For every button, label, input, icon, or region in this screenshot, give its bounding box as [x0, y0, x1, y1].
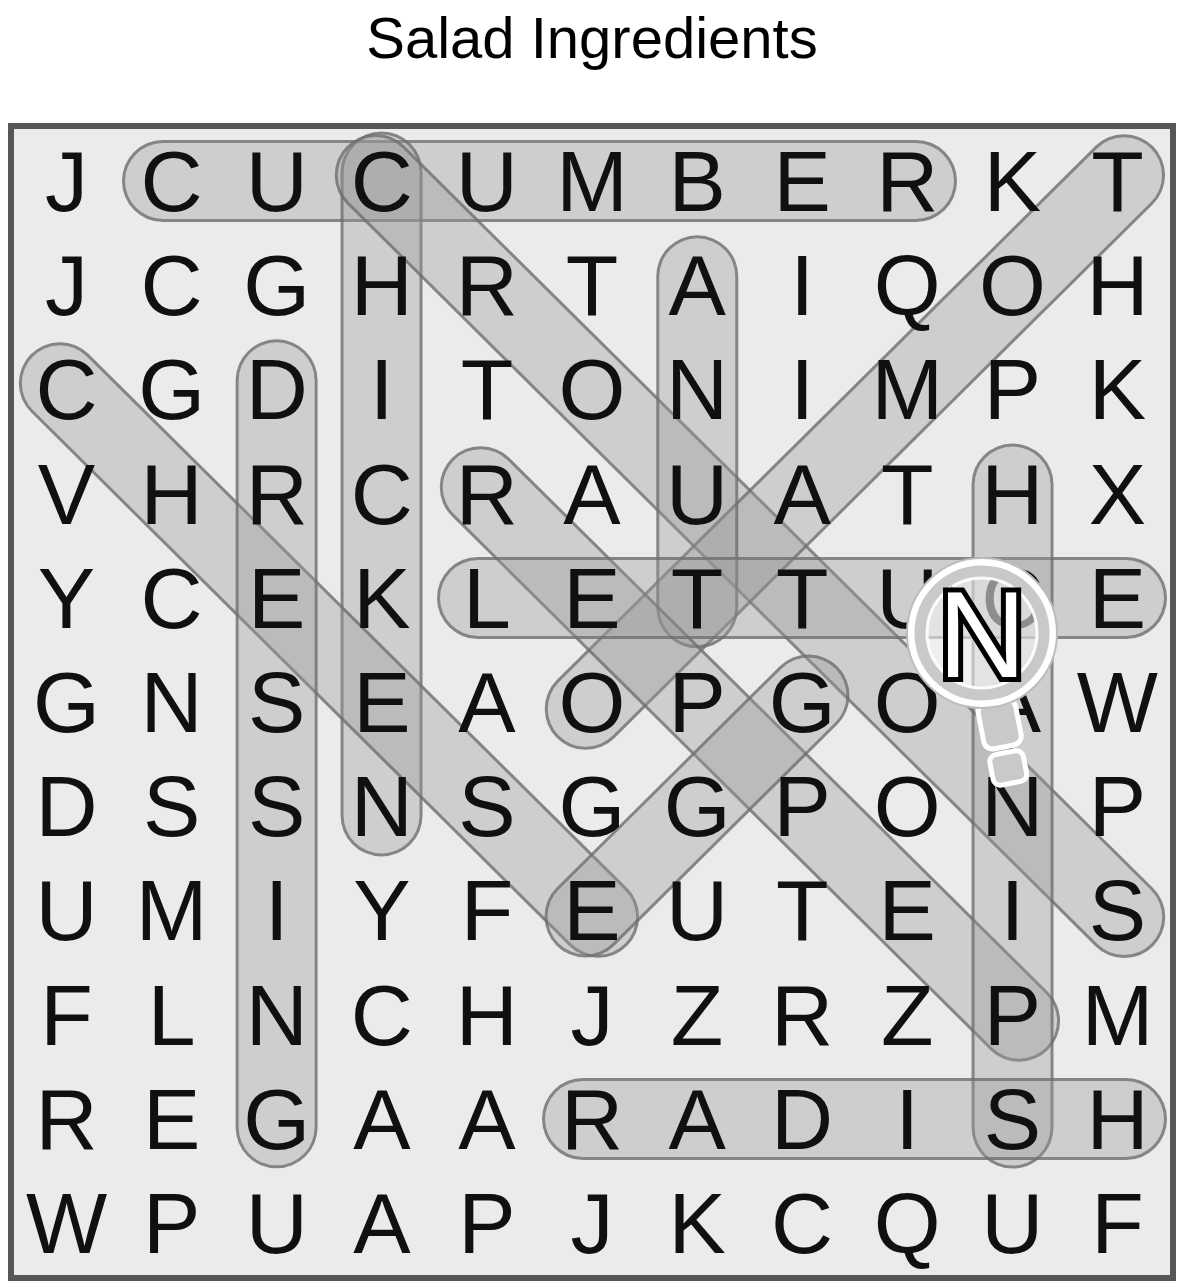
grid-cell-r4c5[interactable]: R: [434, 442, 539, 546]
grid-cell-r3c1[interactable]: C: [14, 337, 119, 441]
grid-cell-r5c6[interactable]: E: [539, 546, 644, 650]
grid-cell-r1c9[interactable]: R: [855, 129, 960, 233]
grid-cell-r6c4[interactable]: E: [329, 650, 434, 754]
grid-cell-r9c2[interactable]: L: [119, 962, 224, 1066]
grid-cell-r7c5[interactable]: S: [434, 754, 539, 858]
grid-cell-r11c11[interactable]: F: [1065, 1171, 1170, 1275]
grid-cell-r1c1[interactable]: J: [14, 129, 119, 233]
grid-cell-r9c1[interactable]: F: [14, 962, 119, 1066]
grid-cell-r11c4[interactable]: A: [329, 1171, 434, 1275]
grid-cell-r3c2[interactable]: G: [119, 337, 224, 441]
grid-cell-r7c9[interactable]: O: [855, 754, 960, 858]
grid-cell-r10c2[interactable]: E: [119, 1067, 224, 1171]
grid-cell-r2c5[interactable]: R: [434, 233, 539, 337]
grid-cell-r3c4[interactable]: I: [329, 337, 434, 441]
grid-cell-r4c8[interactable]: A: [750, 442, 855, 546]
grid-cell-r7c4[interactable]: N: [329, 754, 434, 858]
grid-cell-r8c7[interactable]: U: [645, 858, 750, 962]
grid-cell-r10c11[interactable]: H: [1065, 1067, 1170, 1171]
grid-cell-r11c3[interactable]: U: [224, 1171, 329, 1275]
grid-cell-r8c3[interactable]: I: [224, 858, 329, 962]
grid-cell-r1c5[interactable]: U: [434, 129, 539, 233]
grid-cell-r5c10[interactable]: C: [960, 546, 1065, 650]
grid-cell-r11c7[interactable]: K: [645, 1171, 750, 1275]
grid-cell-r11c8[interactable]: C: [750, 1171, 855, 1275]
grid-cell-r7c10[interactable]: N: [960, 754, 1065, 858]
grid-cell-r2c7[interactable]: A: [645, 233, 750, 337]
grid-cell-r6c11[interactable]: W: [1065, 650, 1170, 754]
grid-cell-r1c3[interactable]: U: [224, 129, 329, 233]
grid-cell-r3c3[interactable]: D: [224, 337, 329, 441]
grid-cell-r1c7[interactable]: B: [645, 129, 750, 233]
grid-cell-r9c5[interactable]: H: [434, 962, 539, 1066]
grid-cell-r8c1[interactable]: U: [14, 858, 119, 962]
grid-cell-r10c1[interactable]: R: [14, 1067, 119, 1171]
grid-cell-r9c11[interactable]: M: [1065, 962, 1170, 1066]
grid-cell-r10c6[interactable]: R: [539, 1067, 644, 1171]
grid-cell-r2c8[interactable]: I: [750, 233, 855, 337]
grid-cell-r3c6[interactable]: O: [539, 337, 644, 441]
grid-cell-r9c8[interactable]: R: [750, 962, 855, 1066]
grid-cell-r8c9[interactable]: E: [855, 858, 960, 962]
grid-cell-r9c3[interactable]: N: [224, 962, 329, 1066]
grid-cell-r4c11[interactable]: X: [1065, 442, 1170, 546]
grid-cell-r6c3[interactable]: S: [224, 650, 329, 754]
grid-cell-r8c10[interactable]: I: [960, 858, 1065, 962]
grid-cell-r2c1[interactable]: J: [14, 233, 119, 337]
grid-cell-r5c7[interactable]: T: [645, 546, 750, 650]
grid-cell-r1c2[interactable]: C: [119, 129, 224, 233]
grid-cell-r5c1[interactable]: Y: [14, 546, 119, 650]
grid-cell-r6c7[interactable]: P: [645, 650, 750, 754]
grid-cell-r11c6[interactable]: J: [539, 1171, 644, 1275]
grid-cell-r11c2[interactable]: P: [119, 1171, 224, 1275]
grid-cell-r7c3[interactable]: S: [224, 754, 329, 858]
grid-cell-r3c9[interactable]: M: [855, 337, 960, 441]
grid-cell-r3c10[interactable]: P: [960, 337, 1065, 441]
grid-cell-r7c8[interactable]: P: [750, 754, 855, 858]
grid-cell-r3c5[interactable]: T: [434, 337, 539, 441]
grid-cell-r8c2[interactable]: M: [119, 858, 224, 962]
grid-cell-r1c6[interactable]: M: [539, 129, 644, 233]
grid-cell-r7c7[interactable]: G: [645, 754, 750, 858]
grid-cell-r4c7[interactable]: U: [645, 442, 750, 546]
grid-cell-r4c3[interactable]: R: [224, 442, 329, 546]
grid-cell-r11c5[interactable]: P: [434, 1171, 539, 1275]
grid-cell-r6c5[interactable]: A: [434, 650, 539, 754]
grid-cell-r10c8[interactable]: D: [750, 1067, 855, 1171]
grid-cell-r6c10[interactable]: A: [960, 650, 1065, 754]
grid-cell-r5c4[interactable]: K: [329, 546, 434, 650]
grid-cell-r9c10[interactable]: P: [960, 962, 1065, 1066]
grid-cell-r4c1[interactable]: V: [14, 442, 119, 546]
grid-cell-r5c3[interactable]: E: [224, 546, 329, 650]
grid-cell-r11c1[interactable]: W: [14, 1171, 119, 1275]
grid-cell-r1c4[interactable]: C: [329, 129, 434, 233]
grid-cell-r4c4[interactable]: C: [329, 442, 434, 546]
grid-cell-r7c6[interactable]: G: [539, 754, 644, 858]
grid-cell-r6c1[interactable]: G: [14, 650, 119, 754]
grid-cell-r9c6[interactable]: J: [539, 962, 644, 1066]
grid-cell-r6c6[interactable]: O: [539, 650, 644, 754]
grid-cell-r1c10[interactable]: K: [960, 129, 1065, 233]
grid-cell-r2c11[interactable]: H: [1065, 233, 1170, 337]
grid-cell-r4c6[interactable]: A: [539, 442, 644, 546]
grid-cell-r3c7[interactable]: N: [645, 337, 750, 441]
grid-cell-r10c10[interactable]: S: [960, 1067, 1065, 1171]
grid-cell-r5c11[interactable]: E: [1065, 546, 1170, 650]
grid-cell-r6c8[interactable]: G: [750, 650, 855, 754]
grid-cell-r7c2[interactable]: S: [119, 754, 224, 858]
grid-cell-r9c7[interactable]: Z: [645, 962, 750, 1066]
grid-cell-r9c9[interactable]: Z: [855, 962, 960, 1066]
grid-cell-r2c10[interactable]: O: [960, 233, 1065, 337]
grid-cell-r2c3[interactable]: G: [224, 233, 329, 337]
grid-cell-r2c9[interactable]: Q: [855, 233, 960, 337]
grid-cell-r11c9[interactable]: Q: [855, 1171, 960, 1275]
grid-cell-r3c11[interactable]: K: [1065, 337, 1170, 441]
grid-cell-r8c4[interactable]: Y: [329, 858, 434, 962]
grid-cell-r11c10[interactable]: U: [960, 1171, 1065, 1275]
grid-cell-r8c5[interactable]: F: [434, 858, 539, 962]
grid-cell-r1c11[interactable]: T: [1065, 129, 1170, 233]
grid-cell-r4c9[interactable]: T: [855, 442, 960, 546]
grid-cell-r6c9[interactable]: O: [855, 650, 960, 754]
grid-cell-r5c9[interactable]: U: [855, 546, 960, 650]
grid-cell-r2c4[interactable]: H: [329, 233, 434, 337]
grid-cell-r8c11[interactable]: S: [1065, 858, 1170, 962]
grid-cell-r4c2[interactable]: H: [119, 442, 224, 546]
grid-cell-r7c11[interactable]: P: [1065, 754, 1170, 858]
grid-cell-r7c1[interactable]: D: [14, 754, 119, 858]
grid-cell-r9c4[interactable]: C: [329, 962, 434, 1066]
grid-cell-r8c8[interactable]: T: [750, 858, 855, 962]
grid-cell-r10c9[interactable]: I: [855, 1067, 960, 1171]
grid-cell-r8c6[interactable]: E: [539, 858, 644, 962]
word-search-board: JCUCUMBERKTJCGHRTAIQOHCGDITONIMPKVHRCRAU…: [8, 123, 1176, 1281]
grid-cell-r10c4[interactable]: A: [329, 1067, 434, 1171]
grid-cell-r6c2[interactable]: N: [119, 650, 224, 754]
grid-cell-r5c8[interactable]: T: [750, 546, 855, 650]
grid-cell-r10c5[interactable]: A: [434, 1067, 539, 1171]
grid-cell-r10c3[interactable]: G: [224, 1067, 329, 1171]
grid-cell-r4c10[interactable]: H: [960, 442, 1065, 546]
grid-cell-r5c2[interactable]: C: [119, 546, 224, 650]
grid-cell-r2c6[interactable]: T: [539, 233, 644, 337]
grid-cell-r2c2[interactable]: C: [119, 233, 224, 337]
grid-cell-r10c7[interactable]: A: [645, 1067, 750, 1171]
grid-cell-r1c8[interactable]: E: [750, 129, 855, 233]
grid-cell-r3c8[interactable]: I: [750, 337, 855, 441]
puzzle-title: Salad Ingredients: [0, 4, 1184, 71]
grid-cell-r5c5[interactable]: L: [434, 546, 539, 650]
letter-grid: JCUCUMBERKTJCGHRTAIQOHCGDITONIMPKVHRCRAU…: [14, 129, 1170, 1275]
